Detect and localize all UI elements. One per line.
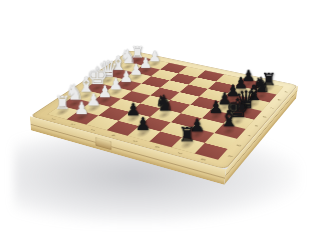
product-photo-stage: abcdefgh 87654321 ♜♞♝♛♚♝♟♟♟♟♟♟♜♞♟♟♟♟♟♟♟♟… [0, 0, 314, 248]
piece-black-knight-f5: ♞ [150, 93, 179, 115]
piece-black-rook-h7: ♜ [171, 125, 203, 145]
piece-black-pawn-h5: ♟ [128, 116, 159, 134]
box-clasp [95, 137, 111, 150]
scene: abcdefgh 87654321 ♜♞♝♛♚♝♟♟♟♟♟♟♜♞♟♟♟♟♟♟♟♟… [0, 0, 314, 248]
piece-white-pawn-h2: ♟ [67, 100, 96, 117]
board-frame: abcdefgh 87654321 ♜♞♝♛♚♝♟♟♟♟♟♟♜♞♟♟♟♟♟♟♟♟… [30, 50, 298, 169]
chess-box: abcdefgh 87654321 ♜♞♝♛♚♝♟♟♟♟♟♟♜♞♟♟♟♟♟♟♟♟… [30, 50, 298, 169]
square-h2: ♟ [67, 111, 99, 125]
piece-black-bishop-f8: ♝ [214, 108, 244, 131]
